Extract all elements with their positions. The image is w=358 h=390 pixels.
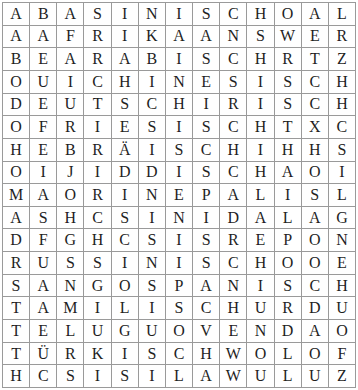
grid-cell[interactable]: N [220, 26, 246, 48]
grid-cell[interactable]: A [193, 275, 219, 297]
grid-cell[interactable]: T [84, 94, 110, 116]
grid-cell[interactable]: Z [329, 365, 355, 387]
grid-cell[interactable]: S [139, 229, 165, 251]
grid-cell[interactable]: O [329, 320, 355, 342]
grid-cell[interactable]: H [166, 94, 192, 116]
grid-cell[interactable]: A [3, 26, 29, 48]
grid-cell[interactable]: S [57, 365, 83, 387]
grid-cell[interactable]: P [166, 275, 192, 297]
grid-cell[interactable]: E [329, 252, 355, 274]
grid-cell[interactable]: H [247, 116, 273, 138]
grid-cell[interactable]: R [220, 229, 246, 251]
grid-cell[interactable]: N [139, 252, 165, 274]
grid-cell[interactable]: A [57, 3, 83, 25]
grid-cell[interactable]: A [166, 26, 192, 48]
grid-cell[interactable]: E [302, 26, 328, 48]
grid-cell[interactable]: S [193, 162, 219, 184]
grid-cell[interactable]: R [84, 48, 110, 70]
grid-cell[interactable]: I [57, 71, 83, 93]
grid-cell[interactable]: U [139, 320, 165, 342]
grid-cell[interactable]: C [166, 343, 192, 365]
grid-cell[interactable]: D [302, 297, 328, 319]
grid-cell[interactable]: R [57, 343, 83, 365]
grid-cell[interactable]: R [275, 297, 301, 319]
grid-cell[interactable]: A [30, 275, 56, 297]
grid-cell[interactable]: H [3, 139, 29, 161]
grid-cell[interactable]: E [30, 94, 56, 116]
grid-cell[interactable]: I [112, 3, 138, 25]
grid-cell[interactable]: B [30, 3, 56, 25]
grid-cell[interactable]: G [329, 207, 355, 229]
grid-cell[interactable]: L [275, 343, 301, 365]
grid-cell[interactable]: H [329, 94, 355, 116]
grid-cell[interactable]: O [3, 116, 29, 138]
grid-cell[interactable]: A [3, 3, 29, 25]
grid-cell[interactable]: A [112, 48, 138, 70]
grid-cell[interactable]: I [166, 229, 192, 251]
grid-cell[interactable]: E [30, 320, 56, 342]
grid-cell[interactable]: G [57, 229, 83, 251]
word-search-grid: ABASINISCHOALAAFRIKAANSWERBEARABISCHRTZO… [2, 2, 356, 388]
grid-cell[interactable]: I [139, 139, 165, 161]
grid-cell[interactable]: O [112, 275, 138, 297]
grid-cell[interactable]: H [220, 297, 246, 319]
grid-cell[interactable]: I [30, 162, 56, 184]
grid-cell[interactable]: I [247, 275, 273, 297]
grid-cell[interactable]: S [84, 3, 110, 25]
grid-cell[interactable]: R [329, 26, 355, 48]
grid-cell[interactable]: C [302, 275, 328, 297]
grid-cell[interactable]: I [139, 297, 165, 319]
grid-cell[interactable]: S [84, 252, 110, 274]
grid-cell[interactable]: S [166, 139, 192, 161]
grid-cell[interactable]: A [302, 320, 328, 342]
grid-cell[interactable]: T [275, 116, 301, 138]
grid-cell[interactable]: S [3, 275, 29, 297]
grid-cell[interactable]: O [302, 252, 328, 274]
grid-cell[interactable]: T [3, 297, 29, 319]
grid-cell[interactable]: R [275, 48, 301, 70]
grid-cell[interactable]: E [112, 116, 138, 138]
grid-cell[interactable]: C [84, 207, 110, 229]
grid-cell[interactable]: U [84, 320, 110, 342]
grid-cell[interactable]: O [247, 343, 273, 365]
grid-cell[interactable]: D [3, 94, 29, 116]
grid-cell[interactable]: S [193, 229, 219, 251]
grid-cell[interactable]: S [112, 365, 138, 387]
grid-cell[interactable]: L [247, 184, 273, 206]
grid-cell[interactable]: A [3, 207, 29, 229]
grid-cell[interactable]: I [84, 116, 110, 138]
grid-cell[interactable]: A [193, 365, 219, 387]
grid-cell[interactable]: C [139, 94, 165, 116]
grid-cell[interactable]: C [30, 365, 56, 387]
grid-cell[interactable]: F [30, 116, 56, 138]
grid-cell[interactable]: T [3, 320, 29, 342]
grid-cell[interactable]: I [193, 207, 219, 229]
grid-cell[interactable]: O [3, 71, 29, 93]
grid-cell[interactable]: O [57, 184, 83, 206]
grid-cell[interactable]: C [220, 48, 246, 70]
grid-cell[interactable]: U [302, 365, 328, 387]
grid-cell[interactable]: I [112, 26, 138, 48]
grid-cell[interactable]: S [139, 116, 165, 138]
grid-cell[interactable]: E [247, 229, 273, 251]
grid-cell[interactable]: N [166, 71, 192, 93]
grid-cell[interactable]: N [329, 229, 355, 251]
grid-cell[interactable]: S [193, 3, 219, 25]
grid-cell[interactable]: H [329, 275, 355, 297]
grid-cell[interactable]: M [3, 184, 29, 206]
grid-cell[interactable]: L [275, 207, 301, 229]
grid-cell[interactable]: U [247, 365, 273, 387]
grid-cell[interactable]: A [30, 297, 56, 319]
grid-cell[interactable]: H [57, 207, 83, 229]
grid-cell[interactable]: F [329, 343, 355, 365]
grid-cell[interactable]: E [30, 139, 56, 161]
grid-cell[interactable]: S [193, 48, 219, 70]
grid-cell[interactable]: I [166, 3, 192, 25]
grid-cell[interactable]: J [57, 162, 83, 184]
grid-cell[interactable]: H [220, 139, 246, 161]
grid-cell[interactable]: R [220, 94, 246, 116]
grid-cell[interactable]: O [3, 162, 29, 184]
grid-cell[interactable]: R [3, 252, 29, 274]
grid-cell[interactable]: A [302, 207, 328, 229]
grid-cell[interactable]: O [275, 3, 301, 25]
grid-cell[interactable]: L [57, 320, 83, 342]
grid-cell[interactable]: I [166, 252, 192, 274]
grid-cell[interactable]: H [84, 229, 110, 251]
grid-cell[interactable]: R [84, 139, 110, 161]
grid-cell[interactable]: S [30, 207, 56, 229]
grid-cell[interactable]: C [220, 252, 246, 274]
grid-cell[interactable]: I [193, 94, 219, 116]
grid-cell[interactable]: C [112, 229, 138, 251]
grid-cell[interactable]: S [302, 184, 328, 206]
grid-cell[interactable]: O [302, 229, 328, 251]
grid-cell[interactable]: D [3, 229, 29, 251]
grid-cell[interactable]: F [57, 26, 83, 48]
grid-cell[interactable]: S [275, 71, 301, 93]
grid-cell[interactable]: S [139, 275, 165, 297]
grid-cell[interactable]: L [329, 3, 355, 25]
grid-cell[interactable]: I [112, 184, 138, 206]
grid-cell[interactable]: K [139, 26, 165, 48]
grid-cell[interactable]: U [329, 297, 355, 319]
grid-cell[interactable]: C [220, 116, 246, 138]
grid-cell[interactable]: N [247, 320, 273, 342]
grid-cell[interactable]: A [193, 26, 219, 48]
grid-cell[interactable]: I [247, 139, 273, 161]
grid-cell[interactable]: K [84, 343, 110, 365]
grid-cell[interactable]: I [139, 71, 165, 93]
grid-cell[interactable]: R [57, 116, 83, 138]
grid-cell[interactable]: B [139, 48, 165, 70]
grid-cell[interactable]: W [220, 365, 246, 387]
grid-cell[interactable]: Ä [112, 139, 138, 161]
grid-cell[interactable]: S [166, 297, 192, 319]
grid-cell[interactable]: O [302, 162, 328, 184]
grid-cell[interactable]: I [247, 71, 273, 93]
grid-cell[interactable]: I [84, 365, 110, 387]
grid-cell[interactable]: S [193, 116, 219, 138]
word-search-puzzle: ABASINISCHOALAAFRIKAANSWERBEARABISCHRTZO… [0, 0, 358, 390]
grid-cell[interactable]: W [275, 26, 301, 48]
grid-cell[interactable]: S [193, 252, 219, 274]
grid-cell[interactable]: A [57, 48, 83, 70]
grid-cell[interactable]: S [247, 26, 273, 48]
grid-cell[interactable]: A [30, 184, 56, 206]
grid-cell[interactable]: N [139, 3, 165, 25]
grid-cell[interactable]: E [166, 184, 192, 206]
grid-cell[interactable]: G [112, 320, 138, 342]
grid-cell[interactable]: A [247, 207, 273, 229]
grid-cell[interactable]: I [139, 207, 165, 229]
grid-cell[interactable]: H [247, 162, 273, 184]
grid-cell[interactable]: I [84, 297, 110, 319]
grid-cell[interactable]: I [166, 48, 192, 70]
grid-cell[interactable]: S [220, 71, 246, 93]
grid-cell[interactable]: A [220, 184, 246, 206]
grid-cell[interactable]: E [30, 48, 56, 70]
grid-cell[interactable]: N [139, 184, 165, 206]
grid-cell[interactable]: U [57, 94, 83, 116]
grid-cell[interactable]: I [329, 162, 355, 184]
grid-cell[interactable]: A [30, 26, 56, 48]
grid-cell[interactable]: N [166, 207, 192, 229]
grid-cell[interactable]: H [247, 3, 273, 25]
grid-cell[interactable]: D [139, 162, 165, 184]
grid-cell[interactable]: I [112, 343, 138, 365]
grid-cell[interactable]: C [302, 71, 328, 93]
grid-cell[interactable]: X [302, 116, 328, 138]
grid-cell[interactable]: P [275, 229, 301, 251]
grid-cell[interactable]: D [112, 162, 138, 184]
grid-cell[interactable]: L [166, 365, 192, 387]
grid-cell[interactable]: V [193, 320, 219, 342]
grid-cell[interactable]: S [112, 94, 138, 116]
grid-cell[interactable]: D [220, 207, 246, 229]
grid-cell[interactable]: P [193, 184, 219, 206]
grid-cell[interactable]: L [275, 365, 301, 387]
grid-cell[interactable]: I [84, 162, 110, 184]
grid-cell[interactable]: H [275, 139, 301, 161]
grid-cell[interactable]: I [166, 162, 192, 184]
grid-cell[interactable]: S [275, 275, 301, 297]
grid-cell[interactable]: H [247, 48, 273, 70]
grid-cell[interactable]: H [112, 71, 138, 93]
grid-cell[interactable]: O [166, 320, 192, 342]
grid-cell[interactable]: G [84, 275, 110, 297]
grid-cell[interactable]: C [220, 162, 246, 184]
grid-cell[interactable]: R [84, 184, 110, 206]
grid-cell[interactable]: A [275, 162, 301, 184]
grid-cell[interactable]: S [139, 343, 165, 365]
grid-cell[interactable]: B [57, 139, 83, 161]
grid-cell[interactable]: C [329, 116, 355, 138]
grid-cell[interactable]: O [275, 252, 301, 274]
grid-cell[interactable]: S [57, 252, 83, 274]
grid-cell[interactable]: O [302, 343, 328, 365]
grid-cell[interactable]: H [3, 365, 29, 387]
grid-cell[interactable]: C [193, 297, 219, 319]
grid-cell[interactable]: T [3, 343, 29, 365]
grid-cell[interactable]: H [329, 71, 355, 93]
grid-cell[interactable]: S [112, 207, 138, 229]
grid-cell[interactable]: R [84, 26, 110, 48]
grid-cell[interactable]: I [112, 252, 138, 274]
grid-cell[interactable]: A [302, 3, 328, 25]
grid-cell[interactable]: I [275, 184, 301, 206]
grid-cell[interactable]: B [3, 48, 29, 70]
grid-cell[interactable]: L [112, 297, 138, 319]
grid-cell[interactable]: C [220, 3, 246, 25]
grid-cell[interactable]: C [193, 139, 219, 161]
grid-cell[interactable]: M [57, 297, 83, 319]
grid-cell[interactable]: C [302, 94, 328, 116]
grid-cell[interactable]: H [302, 139, 328, 161]
grid-cell[interactable]: E [220, 320, 246, 342]
grid-cell[interactable]: N [220, 275, 246, 297]
grid-cell[interactable]: H [193, 343, 219, 365]
grid-cell[interactable]: I [139, 365, 165, 387]
grid-cell[interactable]: W [220, 343, 246, 365]
grid-cell[interactable]: T [302, 48, 328, 70]
grid-cell[interactable]: H [247, 252, 273, 274]
grid-cell[interactable]: I [166, 116, 192, 138]
grid-cell[interactable]: U [247, 297, 273, 319]
grid-cell[interactable]: U [30, 71, 56, 93]
grid-cell[interactable]: C [84, 71, 110, 93]
grid-cell[interactable]: U [30, 252, 56, 274]
grid-cell[interactable]: S [275, 94, 301, 116]
grid-cell[interactable]: I [247, 94, 273, 116]
grid-cell[interactable]: L [329, 184, 355, 206]
grid-cell[interactable]: Ü [30, 343, 56, 365]
grid-cell[interactable]: Z [329, 48, 355, 70]
grid-cell[interactable]: F [30, 229, 56, 251]
grid-cell[interactable]: S [329, 139, 355, 161]
grid-cell[interactable]: N [57, 275, 83, 297]
grid-cell[interactable]: E [193, 71, 219, 93]
grid-cell[interactable]: D [275, 320, 301, 342]
